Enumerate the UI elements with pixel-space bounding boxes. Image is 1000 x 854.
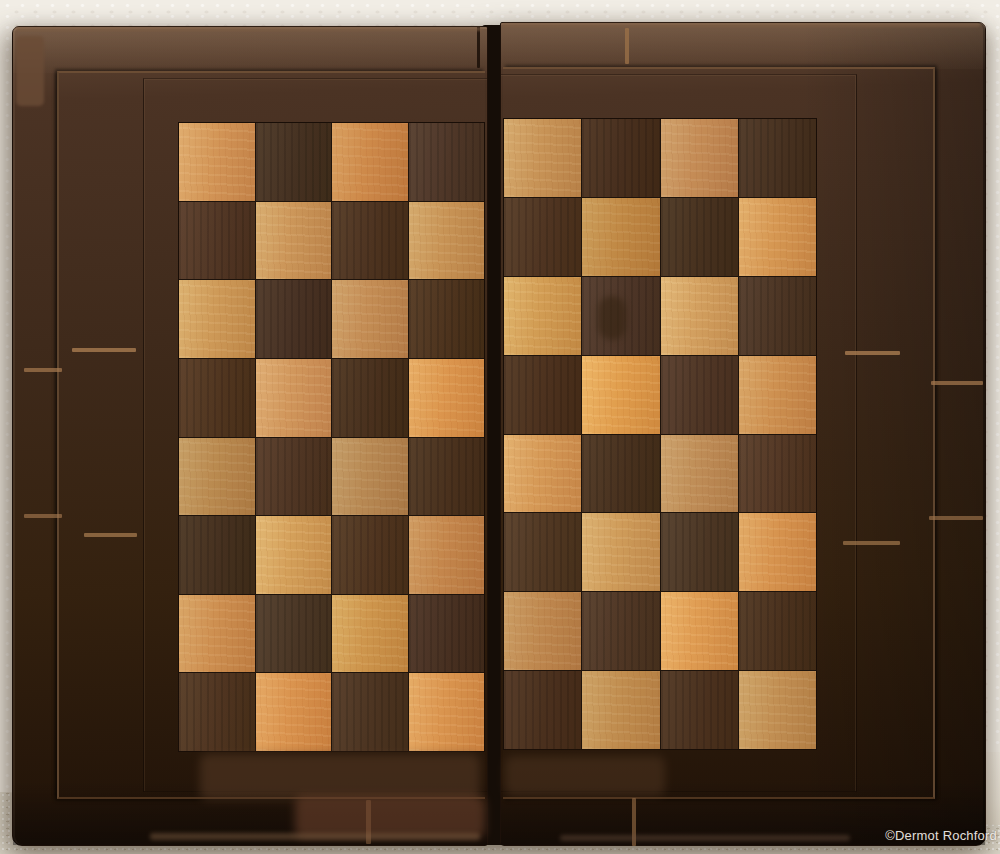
square-b8 — [256, 123, 332, 201]
square-h2 — [739, 592, 816, 670]
square-h6 — [739, 277, 816, 355]
square-e7 — [504, 198, 581, 276]
square-g8 — [661, 119, 738, 197]
square-c5 — [332, 359, 408, 437]
square-c6 — [332, 280, 408, 358]
square-f4 — [582, 435, 659, 513]
square-b1 — [256, 673, 332, 751]
photo-scene: ©Dermot Rochford — [0, 0, 1000, 854]
board-right-panel — [500, 22, 986, 846]
square-b4 — [256, 438, 332, 516]
board-left-panel — [12, 26, 488, 846]
square-a7 — [179, 202, 255, 280]
square-a1 — [179, 673, 255, 751]
folding-chessboard — [12, 22, 986, 846]
square-d1 — [409, 673, 485, 751]
square-b5 — [256, 359, 332, 437]
square-g2 — [661, 592, 738, 670]
square-c7 — [332, 202, 408, 280]
left-panel-bottom-shade — [13, 781, 487, 845]
square-g4 — [661, 435, 738, 513]
square-h8 — [739, 119, 816, 197]
square-a3 — [179, 516, 255, 594]
checker-field-left — [179, 123, 484, 751]
square-a2 — [179, 595, 255, 673]
square-b3 — [256, 516, 332, 594]
square-e2 — [504, 592, 581, 670]
square-e1 — [504, 671, 581, 749]
square-f8 — [582, 119, 659, 197]
square-h5 — [739, 356, 816, 434]
square-a8 — [179, 123, 255, 201]
right-panel-top-sheen — [501, 23, 985, 69]
square-d8 — [409, 123, 485, 201]
square-g3 — [661, 513, 738, 591]
square-h3 — [739, 513, 816, 591]
square-f7 — [582, 198, 659, 276]
square-a5 — [179, 359, 255, 437]
square-e3 — [504, 513, 581, 591]
square-f3 — [582, 513, 659, 591]
square-g1 — [661, 671, 738, 749]
square-b2 — [256, 595, 332, 673]
square-d7 — [409, 202, 485, 280]
square-b7 — [256, 202, 332, 280]
square-c2 — [332, 595, 408, 673]
square-d2 — [409, 595, 485, 673]
left-panel-top-sheen — [13, 27, 487, 73]
square-b6 — [256, 280, 332, 358]
square-e4 — [504, 435, 581, 513]
square-c1 — [332, 673, 408, 751]
square-g6 — [661, 277, 738, 355]
watermark-credit: ©Dermot Rochford — [885, 828, 997, 843]
square-g7 — [661, 198, 738, 276]
square-e6 — [504, 277, 581, 355]
square-f6 — [582, 277, 659, 355]
square-a6 — [179, 280, 255, 358]
square-f5 — [582, 356, 659, 434]
square-c3 — [332, 516, 408, 594]
square-h7 — [739, 198, 816, 276]
square-d6 — [409, 280, 485, 358]
square-a4 — [179, 438, 255, 516]
square-d3 — [409, 516, 485, 594]
square-g5 — [661, 356, 738, 434]
square-c8 — [332, 123, 408, 201]
square-e5 — [504, 356, 581, 434]
square-f2 — [582, 592, 659, 670]
square-c4 — [332, 438, 408, 516]
square-e8 — [504, 119, 581, 197]
square-d4 — [409, 438, 485, 516]
square-f1 — [582, 671, 659, 749]
square-d5 — [409, 359, 485, 437]
square-h4 — [739, 435, 816, 513]
checker-field-right — [504, 119, 816, 749]
square-h1 — [739, 671, 816, 749]
